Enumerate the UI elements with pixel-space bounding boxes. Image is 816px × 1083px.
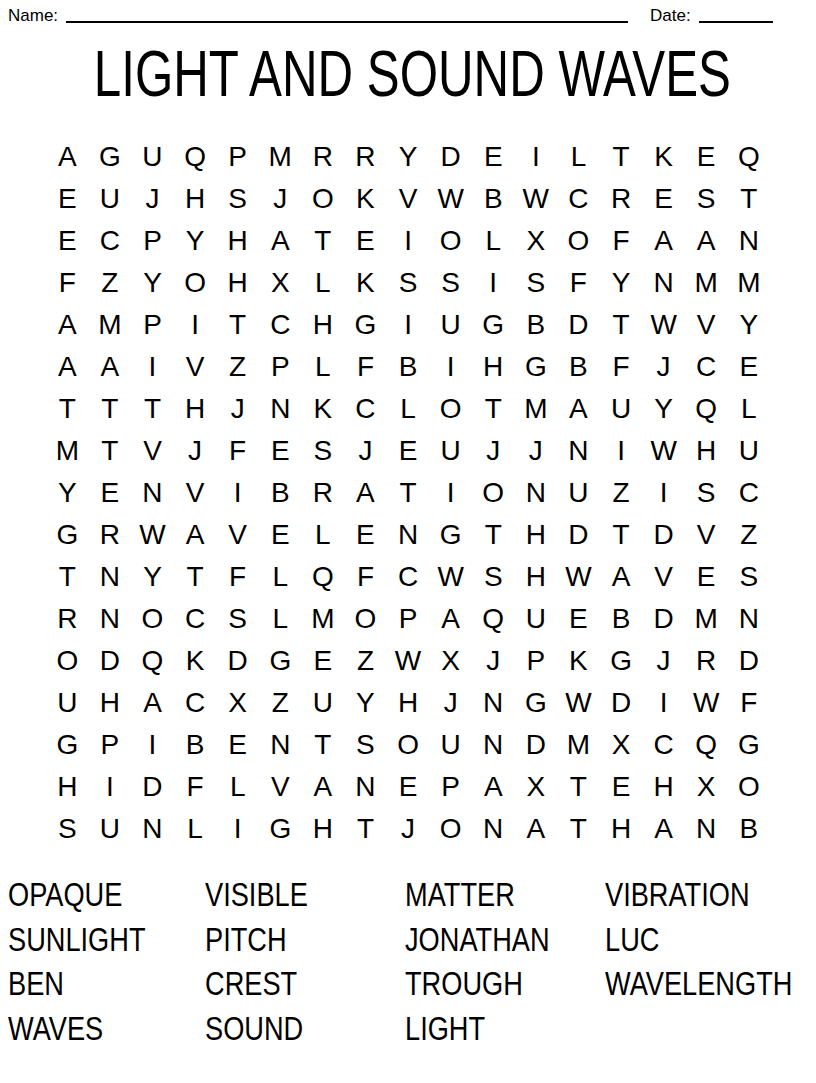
grid-cell[interactable]: N — [472, 724, 515, 766]
grid-cell[interactable]: T — [344, 808, 387, 850]
grid-cell[interactable]: L — [302, 514, 345, 556]
grid-cell[interactable]: Q — [174, 136, 217, 178]
grid-cell[interactable]: O — [387, 724, 430, 766]
grid-cell[interactable]: V — [174, 346, 217, 388]
grid-cell[interactable]: L — [302, 262, 345, 304]
grid-cell[interactable]: F — [174, 766, 217, 808]
grid-cell[interactable]: C — [387, 556, 430, 598]
grid-cell[interactable]: J — [259, 178, 302, 220]
grid-cell[interactable]: A — [46, 346, 89, 388]
grid-cell[interactable]: U — [515, 598, 558, 640]
grid-cell[interactable]: F — [216, 430, 259, 472]
grid-cell[interactable]: V — [685, 514, 728, 556]
grid-cell[interactable]: D — [515, 724, 558, 766]
grid-cell[interactable]: G — [600, 640, 643, 682]
grid-cell[interactable]: E — [344, 514, 387, 556]
word-item: VIBRATION — [605, 877, 792, 911]
grid-cell[interactable]: F — [600, 346, 643, 388]
grid-cell[interactable]: A — [600, 556, 643, 598]
grid-cell[interactable]: G — [259, 640, 302, 682]
grid-cell[interactable]: E — [46, 220, 89, 262]
grid-cell[interactable]: M — [302, 598, 345, 640]
grid-cell[interactable]: J — [642, 640, 685, 682]
grid-cell[interactable]: O — [429, 220, 472, 262]
grid-cell[interactable]: R — [302, 136, 345, 178]
grid-cell[interactable]: E — [472, 136, 515, 178]
grid-cell[interactable]: G — [728, 724, 771, 766]
grid-cell[interactable]: H — [302, 304, 345, 346]
grid-cell[interactable]: U — [600, 388, 643, 430]
grid-cell[interactable]: A — [259, 220, 302, 262]
grid-cell[interactable]: J — [174, 430, 217, 472]
grid-cell[interactable]: F — [557, 262, 600, 304]
grid-cell[interactable]: A — [344, 472, 387, 514]
grid-cell[interactable]: B — [728, 808, 771, 850]
grid-cell[interactable]: O — [472, 472, 515, 514]
grid-cell[interactable]: B — [600, 598, 643, 640]
grid-cell[interactable]: X — [515, 220, 558, 262]
grid-cell[interactable]: J — [429, 682, 472, 724]
grid-cell[interactable]: H — [515, 556, 558, 598]
grid-cell[interactable]: H — [600, 808, 643, 850]
word-item: CREST — [205, 966, 365, 1000]
grid-cell[interactable]: T — [131, 388, 174, 430]
grid-cell[interactable]: T — [557, 766, 600, 808]
grid-cell[interactable]: C — [174, 682, 217, 724]
grid-cell[interactable]: N — [557, 430, 600, 472]
grid-cell[interactable]: M — [46, 430, 89, 472]
grid-cell[interactable]: X — [685, 766, 728, 808]
grid-cell[interactable]: L — [728, 388, 771, 430]
grid-cell[interactable]: F — [216, 556, 259, 598]
grid-cell[interactable]: C — [174, 598, 217, 640]
grid-cell[interactable]: W — [387, 640, 430, 682]
grid-cell[interactable]: P — [259, 346, 302, 388]
grid-cell[interactable]: H — [387, 682, 430, 724]
grid-cell[interactable]: J — [472, 430, 515, 472]
grid-cell[interactable]: R — [302, 472, 345, 514]
grid-cell[interactable]: L — [557, 136, 600, 178]
grid-cell[interactable]: T — [46, 388, 89, 430]
grid-cell[interactable]: O — [344, 598, 387, 640]
grid-cell[interactable]: N — [131, 808, 174, 850]
grid-cell[interactable]: D — [429, 136, 472, 178]
grid-cell[interactable]: I — [429, 346, 472, 388]
grid-cell[interactable]: M — [259, 136, 302, 178]
grid-cell[interactable]: N — [259, 724, 302, 766]
grid-cell[interactable]: B — [515, 304, 558, 346]
grid-cell[interactable]: G — [46, 724, 89, 766]
grid-cell[interactable]: U — [429, 304, 472, 346]
grid-cell[interactable]: G — [472, 304, 515, 346]
grid-cell[interactable]: C — [642, 724, 685, 766]
word-item: PITCH — [205, 922, 365, 956]
grid-cell[interactable]: I — [515, 136, 558, 178]
grid-cell[interactable]: H — [46, 766, 89, 808]
grid-cell[interactable]: O — [728, 766, 771, 808]
grid-cell[interactable]: U — [131, 136, 174, 178]
grid-cell[interactable]: O — [429, 388, 472, 430]
grid-cell[interactable]: I — [216, 472, 259, 514]
word-item: WAVES — [8, 1011, 166, 1045]
grid-cell[interactable]: F — [728, 682, 771, 724]
grid-cell[interactable]: E — [685, 556, 728, 598]
grid-cell[interactable]: X — [515, 766, 558, 808]
grid-cell[interactable]: C — [89, 220, 132, 262]
grid-cell[interactable]: H — [89, 682, 132, 724]
grid-cell[interactable]: A — [557, 388, 600, 430]
grid-cell[interactable]: A — [685, 220, 728, 262]
grid-cell[interactable]: A — [46, 304, 89, 346]
grid-cell[interactable]: P — [429, 766, 472, 808]
grid-cell[interactable]: L — [259, 598, 302, 640]
grid-cell[interactable]: R — [685, 640, 728, 682]
grid-cell[interactable]: M — [685, 262, 728, 304]
grid-cell[interactable]: J — [216, 388, 259, 430]
grid-cell[interactable]: L — [174, 808, 217, 850]
grid-cell[interactable]: J — [387, 808, 430, 850]
grid-cell[interactable]: F — [600, 220, 643, 262]
grid-cell[interactable]: E — [89, 472, 132, 514]
grid-cell[interactable]: D — [728, 640, 771, 682]
grid-cell[interactable]: H — [216, 262, 259, 304]
grid-cell[interactable]: V — [685, 304, 728, 346]
grid-cell[interactable]: C — [344, 388, 387, 430]
grid-cell[interactable]: Q — [728, 136, 771, 178]
grid-cell[interactable]: H — [174, 178, 217, 220]
grid-cell[interactable]: U — [557, 472, 600, 514]
grid-cell[interactable]: T — [728, 178, 771, 220]
grid-cell[interactable]: I — [387, 220, 430, 262]
grid-cell[interactable]: I — [89, 766, 132, 808]
word-item: LUC — [605, 922, 792, 956]
grid-cell[interactable]: N — [344, 766, 387, 808]
grid-cell[interactable]: Y — [131, 262, 174, 304]
grid-cell[interactable]: Z — [344, 640, 387, 682]
grid-cell[interactable]: T — [472, 514, 515, 556]
grid-cell[interactable]: T — [557, 808, 600, 850]
grid-cell[interactable]: B — [259, 472, 302, 514]
grid-cell[interactable]: H — [216, 220, 259, 262]
grid-cell[interactable]: A — [89, 346, 132, 388]
grid-cell[interactable]: A — [174, 514, 217, 556]
grid-cell[interactable]: N — [728, 598, 771, 640]
grid-cell[interactable]: I — [387, 304, 430, 346]
grid-cell[interactable]: T — [89, 430, 132, 472]
grid-cell[interactable]: T — [600, 514, 643, 556]
grid-cell[interactable]: O — [302, 178, 345, 220]
grid-cell[interactable]: P — [387, 598, 430, 640]
grid-cell[interactable]: X — [429, 640, 472, 682]
grid-cell[interactable]: E — [728, 346, 771, 388]
grid-cell[interactable]: W — [429, 556, 472, 598]
grid-cell[interactable]: S — [302, 430, 345, 472]
grid-cell[interactable]: A — [429, 598, 472, 640]
grid-cell[interactable]: K — [344, 178, 387, 220]
grid-cell[interactable]: E — [302, 640, 345, 682]
grid-cell[interactable]: O — [429, 808, 472, 850]
grid-cell[interactable]: N — [89, 598, 132, 640]
grid-cell[interactable]: E — [685, 136, 728, 178]
grid-cell[interactable]: H — [642, 766, 685, 808]
grid-cell[interactable]: S — [46, 808, 89, 850]
grid-cell[interactable]: X — [259, 262, 302, 304]
grid-cell[interactable]: K — [174, 640, 217, 682]
grid-cell[interactable]: B — [387, 346, 430, 388]
grid-cell[interactable]: W — [642, 304, 685, 346]
grid-cell[interactable]: G — [89, 136, 132, 178]
grid-cell[interactable]: S — [685, 178, 728, 220]
grid-cell[interactable]: E — [557, 598, 600, 640]
grid-cell[interactable]: K — [344, 262, 387, 304]
grid-cell[interactable]: D — [89, 640, 132, 682]
word-item: SOUND — [205, 1011, 365, 1045]
grid-cell[interactable]: D — [642, 598, 685, 640]
grid-cell[interactable]: W — [557, 556, 600, 598]
grid-cell[interactable]: F — [46, 262, 89, 304]
grid-cell[interactable]: M — [728, 262, 771, 304]
word-item: VISIBLE — [205, 877, 365, 911]
grid-cell[interactable]: V — [216, 514, 259, 556]
grid-cell[interactable]: J — [131, 178, 174, 220]
grid-cell[interactable]: Z — [600, 472, 643, 514]
grid-cell[interactable]: F — [344, 346, 387, 388]
grid-cell[interactable]: K — [557, 640, 600, 682]
grid-cell[interactable]: J — [642, 346, 685, 388]
grid-cell[interactable]: I — [472, 262, 515, 304]
grid-cell[interactable]: W — [642, 430, 685, 472]
grid-cell[interactable]: L — [216, 766, 259, 808]
grid-cell[interactable]: Z — [89, 262, 132, 304]
grid-cell[interactable]: M — [685, 598, 728, 640]
grid-cell[interactable]: T — [302, 220, 345, 262]
grid-cell[interactable]: C — [728, 472, 771, 514]
grid-cell[interactable]: E — [387, 766, 430, 808]
grid-cell[interactable]: N — [259, 388, 302, 430]
grid-cell[interactable]: S — [728, 556, 771, 598]
grid-cell[interactable]: N — [515, 472, 558, 514]
grid-cell[interactable]: L — [387, 388, 430, 430]
grid-cell[interactable]: N — [89, 556, 132, 598]
grid-cell[interactable]: Y — [728, 304, 771, 346]
date-input-line[interactable] — [699, 0, 773, 23]
grid-cell[interactable]: F — [344, 556, 387, 598]
grid-cell[interactable]: M — [557, 724, 600, 766]
grid-cell[interactable]: S — [216, 178, 259, 220]
grid-cell[interactable]: P — [515, 640, 558, 682]
grid-cell[interactable]: Y — [387, 136, 430, 178]
grid-cell[interactable]: T — [46, 556, 89, 598]
grid-cell[interactable]: E — [259, 430, 302, 472]
grid-cell[interactable]: T — [387, 472, 430, 514]
grid-cell[interactable]: U — [429, 430, 472, 472]
grid-cell[interactable]: Y — [600, 262, 643, 304]
grid-cell[interactable]: S — [344, 724, 387, 766]
grid-cell[interactable]: I — [429, 472, 472, 514]
grid-cell[interactable]: P — [131, 304, 174, 346]
grid-cell[interactable]: N — [472, 682, 515, 724]
grid-cell[interactable]: B — [174, 724, 217, 766]
grid-cell[interactable]: A — [515, 808, 558, 850]
grid-cell[interactable]: Y — [131, 556, 174, 598]
grid-cell[interactable]: C — [259, 304, 302, 346]
grid-cell[interactable]: N — [131, 472, 174, 514]
grid-cell[interactable]: T — [174, 556, 217, 598]
grid-cell[interactable]: W — [557, 682, 600, 724]
grid-cell[interactable]: S — [472, 556, 515, 598]
grid-cell[interactable]: D — [216, 640, 259, 682]
grid-cell[interactable]: A — [642, 808, 685, 850]
grid-cell[interactable]: L — [302, 346, 345, 388]
grid-cell[interactable]: D — [131, 766, 174, 808]
grid-cell[interactable]: E — [387, 430, 430, 472]
grid-cell[interactable]: S — [685, 472, 728, 514]
grid-cell[interactable]: C — [557, 178, 600, 220]
grid-cell[interactable]: Y — [46, 472, 89, 514]
grid-cell[interactable]: L — [472, 220, 515, 262]
grid-cell[interactable]: H — [174, 388, 217, 430]
grid-cell[interactable]: B — [472, 178, 515, 220]
grid-cell[interactable]: V — [174, 472, 217, 514]
name-input-line[interactable] — [66, 0, 628, 23]
grid-cell[interactable]: W — [515, 178, 558, 220]
grid-cell[interactable]: P — [216, 136, 259, 178]
grid-cell[interactable]: R — [600, 178, 643, 220]
grid-cell[interactable]: I — [174, 304, 217, 346]
grid-cell[interactable]: A — [131, 682, 174, 724]
grid-cell[interactable]: H — [302, 808, 345, 850]
grid-cell[interactable]: U — [89, 178, 132, 220]
grid-cell[interactable]: U — [728, 430, 771, 472]
grid-cell[interactable]: G — [515, 682, 558, 724]
grid-cell[interactable]: Y — [344, 682, 387, 724]
grid-cell[interactable]: I — [131, 346, 174, 388]
grid-cell[interactable]: K — [642, 136, 685, 178]
grid-cell[interactable]: X — [216, 682, 259, 724]
grid-cell[interactable]: D — [642, 514, 685, 556]
word-item: WAVELENGTH — [605, 966, 792, 1000]
grid-cell[interactable]: H — [685, 430, 728, 472]
grid-cell[interactable]: T — [600, 136, 643, 178]
grid-cell[interactable]: O — [131, 598, 174, 640]
grid-cell[interactable]: Z — [728, 514, 771, 556]
grid-cell[interactable]: A — [46, 136, 89, 178]
grid-cell[interactable]: W — [429, 178, 472, 220]
grid-cell[interactable]: N — [642, 262, 685, 304]
grid-cell[interactable]: N — [472, 808, 515, 850]
grid-cell[interactable]: J — [515, 430, 558, 472]
grid-cell[interactable]: O — [46, 640, 89, 682]
grid-cell[interactable]: U — [429, 724, 472, 766]
grid-cell[interactable]: E — [216, 724, 259, 766]
grid-cell[interactable]: U — [89, 808, 132, 850]
grid-cell[interactable]: Q — [685, 724, 728, 766]
grid-cell[interactable]: E — [259, 514, 302, 556]
grid-cell[interactable]: D — [557, 304, 600, 346]
grid-cell[interactable]: Y — [174, 220, 217, 262]
grid-cell[interactable]: N — [728, 220, 771, 262]
grid-cell[interactable]: G — [46, 514, 89, 556]
grid-cell[interactable]: T — [216, 304, 259, 346]
grid-cell[interactable]: A — [642, 220, 685, 262]
grid-cell[interactable]: E — [600, 766, 643, 808]
grid-cell[interactable]: V — [387, 178, 430, 220]
grid-cell[interactable]: P — [131, 220, 174, 262]
grid-cell[interactable]: U — [46, 682, 89, 724]
grid-cell[interactable]: V — [131, 430, 174, 472]
grid-cell[interactable]: K — [302, 388, 345, 430]
grid-cell[interactable]: I — [600, 430, 643, 472]
grid-cell[interactable]: Q — [685, 388, 728, 430]
grid-cell[interactable]: D — [557, 514, 600, 556]
grid-cell[interactable]: E — [642, 178, 685, 220]
grid-cell[interactable]: G — [515, 346, 558, 388]
grid-cell[interactable]: N — [387, 514, 430, 556]
grid-cell[interactable]: L — [259, 556, 302, 598]
grid-cell[interactable]: H — [472, 346, 515, 388]
grid-cell[interactable]: H — [515, 514, 558, 556]
grid-cell[interactable]: A — [472, 766, 515, 808]
grid-cell[interactable]: I — [131, 724, 174, 766]
grid-cell[interactable]: U — [302, 682, 345, 724]
grid-cell[interactable]: S — [216, 598, 259, 640]
grid-cell[interactable]: C — [685, 346, 728, 388]
grid-cell[interactable]: J — [344, 430, 387, 472]
grid-cell[interactable]: W — [131, 514, 174, 556]
grid-cell[interactable]: Z — [259, 682, 302, 724]
grid-cell[interactable]: M — [89, 304, 132, 346]
grid-cell[interactable]: Q — [302, 556, 345, 598]
grid-cell[interactable]: T — [89, 388, 132, 430]
grid-cell[interactable]: Q — [472, 598, 515, 640]
grid-cell[interactable]: W — [685, 682, 728, 724]
grid-cell[interactable]: I — [642, 682, 685, 724]
grid-cell[interactable]: G — [344, 304, 387, 346]
grid-cell[interactable]: E — [344, 220, 387, 262]
grid-cell[interactable]: E — [46, 178, 89, 220]
grid-cell[interactable]: S — [515, 262, 558, 304]
grid-cell[interactable]: X — [600, 724, 643, 766]
grid-cell[interactable]: V — [259, 766, 302, 808]
grid-cell[interactable]: G — [429, 514, 472, 556]
grid-cell[interactable]: J — [472, 640, 515, 682]
grid-cell[interactable]: Q — [131, 640, 174, 682]
grid-cell[interactable]: A — [302, 766, 345, 808]
grid-cell[interactable]: R — [89, 514, 132, 556]
grid-cell[interactable]: T — [302, 724, 345, 766]
word-item: BEN — [8, 966, 166, 1000]
grid-cell[interactable]: Y — [642, 388, 685, 430]
grid-cell[interactable]: M — [515, 388, 558, 430]
grid-cell[interactable]: S — [387, 262, 430, 304]
grid-cell[interactable]: O — [557, 220, 600, 262]
grid-cell[interactable]: P — [89, 724, 132, 766]
grid-cell[interactable]: T — [472, 388, 515, 430]
grid-cell[interactable]: O — [174, 262, 217, 304]
grid-cell[interactable]: R — [344, 136, 387, 178]
grid-cell[interactable]: S — [429, 262, 472, 304]
grid-cell[interactable]: D — [600, 682, 643, 724]
grid-cell[interactable]: T — [600, 304, 643, 346]
grid-cell[interactable]: B — [557, 346, 600, 388]
grid-cell[interactable]: V — [642, 556, 685, 598]
grid-cell[interactable]: I — [642, 472, 685, 514]
grid-cell[interactable]: Z — [216, 346, 259, 388]
grid-cell[interactable]: R — [46, 598, 89, 640]
grid-cell[interactable]: I — [216, 808, 259, 850]
grid-cell[interactable]: N — [685, 808, 728, 850]
grid-cell[interactable]: G — [259, 808, 302, 850]
